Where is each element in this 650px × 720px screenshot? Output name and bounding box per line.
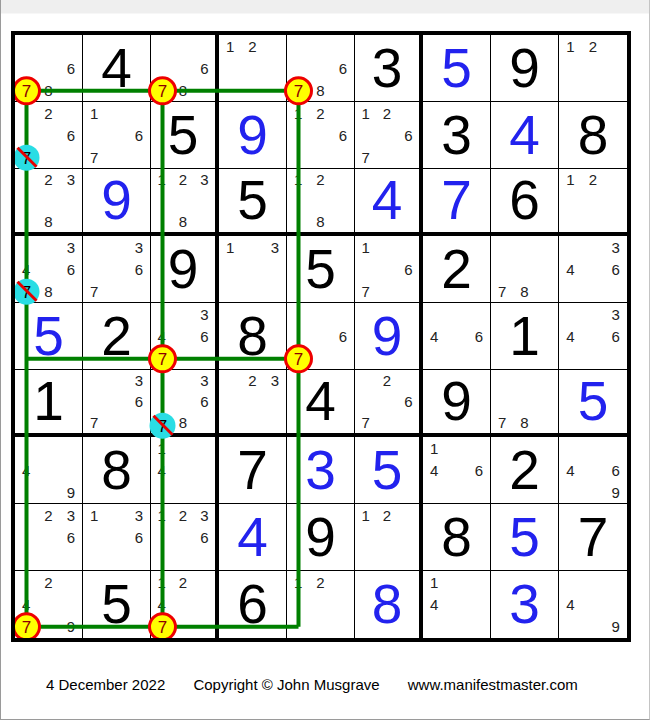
candidate-mark [287, 593, 309, 615]
cell-r6c9[interactable]: 5 [559, 370, 627, 437]
candidate-mark: 3 [264, 370, 286, 391]
candidate-mark [105, 102, 127, 124]
cell-r2c9[interactable]: 8 [559, 102, 627, 169]
cell-r4c6[interactable]: 167 [355, 236, 423, 303]
candidate-mark [37, 548, 59, 570]
cell-r6c4[interactable]: 23 [219, 370, 287, 437]
top-bar [1, 0, 650, 14]
cell-r3c1[interactable]: 238 [15, 169, 83, 236]
candidate-mark [376, 548, 397, 570]
cell-r2c4[interactable]: 9 [219, 102, 287, 169]
candidate-mark: 1 [559, 35, 582, 57]
candidate-mark [105, 258, 127, 280]
pencil-marks: 1238 [151, 169, 215, 232]
given-digit: 8 [101, 443, 132, 498]
candidate-mark [15, 481, 37, 503]
candidate-mark [398, 412, 419, 433]
candidate-mark [536, 391, 558, 412]
candidate-mark: 6 [604, 258, 627, 280]
pencil-marks: 46 [423, 303, 490, 369]
given-digit: 9 [305, 510, 336, 565]
candidate-mark: 8 [513, 412, 535, 433]
candidate-mark: 1 [219, 35, 241, 57]
cell-r9c6[interactable]: 8 [355, 571, 423, 638]
candidate-mark [468, 616, 490, 638]
candidate-mark: 6 [128, 391, 150, 412]
cell-r4c7[interactable]: 2 [423, 236, 491, 303]
cell-r9c2[interactable]: 5 [83, 571, 151, 638]
cell-r7c4[interactable]: 7 [219, 437, 287, 504]
candidate-mark: 3 [194, 370, 215, 391]
candidate-mark: 6 [398, 258, 419, 280]
candidate-mark [194, 347, 215, 369]
candidate-mark [105, 124, 127, 146]
candidate-mark: 2 [376, 504, 397, 526]
cell-r2c8[interactable]: 4 [491, 102, 559, 169]
candidate-mark [15, 169, 37, 190]
candidate-mark [60, 102, 82, 124]
solved-digit: 3 [509, 577, 540, 632]
cell-r9c8[interactable]: 3 [491, 571, 559, 638]
candidate-mark [287, 616, 309, 638]
cell-r2c3[interactable]: 5 [151, 102, 219, 169]
candidate-mark: 2 [309, 102, 331, 124]
candidate-mark [287, 303, 309, 325]
pencil-marks: 346 [559, 236, 627, 302]
candidate-mark: 9 [604, 616, 627, 638]
candidate-mark [332, 169, 354, 190]
candidate-mark [309, 57, 331, 79]
candidate-mark: 1 [287, 169, 309, 190]
candidate-mark: 2 [172, 504, 193, 526]
pencil-marks: 346 [151, 303, 215, 369]
candidate-mark [582, 79, 605, 101]
candidate-mark [559, 571, 582, 593]
given-digit: 5 [237, 173, 268, 228]
cell-r7c9[interactable]: 469 [559, 437, 627, 504]
cell-r4c1[interactable]: 3468 [15, 236, 83, 303]
candidate-mark: 1 [287, 102, 309, 124]
cell-r1c1[interactable]: 68 [15, 35, 83, 102]
cell-r4c8[interactable]: 78 [491, 236, 559, 303]
cell-r1c8[interactable]: 9 [491, 35, 559, 102]
cell-r5c9[interactable]: 346 [559, 303, 627, 370]
candidate-mark [355, 258, 376, 280]
cell-r8c6[interactable]: 12 [355, 504, 423, 571]
candidate-mark: 8 [37, 280, 59, 302]
candidate-mark [604, 593, 627, 615]
candidate-mark [604, 57, 627, 79]
pencil-marks: 346 [559, 303, 627, 369]
candidate-mark [536, 370, 558, 391]
candidate-mark [398, 526, 419, 548]
cell-r4c9[interactable]: 346 [559, 236, 627, 303]
candidate-mark: 8 [172, 412, 193, 433]
solved-digit: 4 [372, 173, 403, 228]
given-digit: 7 [578, 510, 609, 565]
cell-r3c5[interactable]: 128 [287, 169, 355, 236]
candidate-mark [15, 102, 37, 124]
candidate-mark [128, 102, 150, 124]
cell-r2c7[interactable]: 3 [423, 102, 491, 169]
cell-r8c8[interactable]: 5 [491, 504, 559, 571]
candidate-mark: 6 [194, 526, 215, 548]
candidate-mark: 2 [582, 169, 605, 190]
candidate-mark [604, 79, 627, 101]
cell-r7c3[interactable]: 14 [151, 437, 219, 504]
candidate-mark: 1 [355, 236, 376, 258]
candidate-mark: 7 [491, 280, 513, 302]
candidate-mark: 4 [15, 593, 37, 615]
candidate-mark [60, 593, 82, 615]
candidate-mark [60, 571, 82, 593]
candidate-mark [15, 35, 37, 57]
pencil-marks: 128 [287, 169, 354, 232]
candidate-mark: 4 [151, 459, 172, 481]
pencil-marks: 126 [287, 102, 354, 168]
candidate-mark [151, 548, 172, 570]
candidate-mark [287, 79, 309, 101]
candidate-mark [604, 190, 627, 211]
pencil-marks: 1236 [151, 504, 215, 570]
candidate-mark [151, 35, 172, 57]
candidate-mark [15, 190, 37, 211]
cell-r6c1[interactable]: 1 [15, 370, 83, 437]
candidate-mark: 3 [128, 236, 150, 258]
candidate-mark [309, 35, 331, 57]
candidate-mark: 8 [309, 79, 331, 101]
candidate-mark [15, 280, 37, 302]
pencil-marks: 167 [355, 236, 419, 302]
pencil-marks: 167 [83, 102, 150, 168]
candidate-mark: 1 [83, 504, 105, 526]
candidate-mark [37, 459, 59, 481]
pencil-marks: 12 [287, 571, 354, 638]
cell-r5c4[interactable]: 8 [219, 303, 287, 370]
pencil-marks: 68 [15, 35, 82, 101]
cell-r5c8[interactable]: 1 [491, 303, 559, 370]
pencil-marks: 6 [287, 303, 354, 369]
candidate-mark: 8 [172, 211, 193, 232]
candidate-mark [582, 211, 605, 232]
cell-r8c3[interactable]: 1236 [151, 504, 219, 571]
candidate-mark [332, 303, 354, 325]
candidate-mark [445, 481, 467, 503]
given-digit: 9 [168, 242, 199, 297]
candidate-mark: 1 [423, 437, 445, 459]
pencil-marks: 124 [151, 571, 215, 638]
candidate-mark [264, 79, 286, 101]
cell-r6c7[interactable]: 9 [423, 370, 491, 437]
candidate-mark [376, 412, 397, 433]
cell-r4c5[interactable]: 5 [287, 236, 355, 303]
candidate-mark [37, 526, 59, 548]
candidate-mark: 6 [194, 325, 215, 347]
cell-r7c7[interactable]: 146 [423, 437, 491, 504]
cell-r7c5[interactable]: 3 [287, 437, 355, 504]
candidate-mark [60, 437, 82, 459]
cell-r1c5[interactable]: 68 [287, 35, 355, 102]
candidate-mark: 2 [376, 370, 397, 391]
cell-r6c6[interactable]: 267 [355, 370, 423, 437]
candidate-mark [536, 236, 558, 258]
candidate-mark: 4 [559, 593, 582, 615]
candidate-mark: 2 [37, 169, 59, 190]
pencil-marks: 14 [423, 571, 490, 638]
candidate-mark [151, 303, 172, 325]
candidate-mark: 3 [604, 303, 627, 325]
candidate-mark [287, 124, 309, 146]
candidate-mark [128, 412, 150, 433]
cell-r7c2[interactable]: 8 [83, 437, 151, 504]
given-digit: 4 [101, 41, 132, 96]
given-digit: 8 [578, 108, 609, 163]
candidate-mark [582, 481, 605, 503]
cell-r3c9[interactable]: 12 [559, 169, 627, 236]
candidate-mark [60, 548, 82, 570]
cell-r1c3[interactable]: 68 [151, 35, 219, 102]
candidate-mark [513, 391, 535, 412]
candidate-mark [332, 571, 354, 593]
solved-digit: 9 [372, 309, 403, 364]
candidate-mark [513, 370, 535, 391]
cell-r9c1[interactable]: 249 [15, 571, 83, 638]
candidate-mark [264, 57, 286, 79]
candidate-mark [172, 303, 193, 325]
candidate-mark: 2 [241, 370, 263, 391]
cell-r3c4[interactable]: 5 [219, 169, 287, 236]
given-digit: 3 [372, 41, 403, 96]
candidate-mark [491, 258, 513, 280]
candidate-mark [332, 593, 354, 615]
cell-r6c2[interactable]: 367 [83, 370, 151, 437]
cell-r8c5[interactable]: 9 [287, 504, 355, 571]
pencil-marks: 78 [491, 370, 558, 433]
cell-r7c8[interactable]: 2 [491, 437, 559, 504]
candidate-mark [423, 303, 445, 325]
candidate-mark [559, 79, 582, 101]
candidate-mark [332, 102, 354, 124]
candidate-mark [37, 437, 59, 459]
pencil-marks: 26 [15, 102, 82, 168]
candidate-mark [468, 437, 490, 459]
candidate-mark [559, 236, 582, 258]
cell-r2c2[interactable]: 167 [83, 102, 151, 169]
candidate-mark [332, 347, 354, 369]
candidate-mark [194, 481, 215, 503]
candidate-mark [309, 593, 331, 615]
candidate-mark [241, 391, 263, 412]
cell-r1c7[interactable]: 5 [423, 35, 491, 102]
cell-r5c7[interactable]: 46 [423, 303, 491, 370]
candidate-mark [398, 504, 419, 526]
candidate-mark [468, 593, 490, 615]
candidate-mark [241, 412, 263, 433]
cell-r4c3[interactable]: 9 [151, 236, 219, 303]
candidate-mark: 6 [332, 57, 354, 79]
candidate-mark: 8 [37, 211, 59, 232]
cell-r6c5[interactable]: 4 [287, 370, 355, 437]
candidate-mark [83, 258, 105, 280]
solved-digit: 4 [509, 108, 540, 163]
candidate-mark [287, 35, 309, 57]
given-digit: 7 [237, 443, 268, 498]
candidate-mark [151, 347, 172, 369]
cell-r3c2[interactable]: 9 [83, 169, 151, 236]
candidate-mark [105, 548, 127, 570]
candidate-mark [60, 190, 82, 211]
cell-r5c1[interactable]: 5 [15, 303, 83, 370]
candidate-mark: 3 [128, 370, 150, 391]
candidate-mark [15, 548, 37, 570]
candidate-mark [513, 258, 535, 280]
cell-r1c6[interactable]: 3 [355, 35, 423, 102]
candidate-mark [105, 526, 127, 548]
candidate-mark [172, 347, 193, 369]
cell-r5c6[interactable]: 9 [355, 303, 423, 370]
candidate-mark [559, 211, 582, 232]
candidate-mark: 1 [423, 571, 445, 593]
cell-r9c3[interactable]: 124 [151, 571, 219, 638]
candidate-mark [172, 481, 193, 503]
cell-r3c6[interactable]: 4 [355, 169, 423, 236]
pencil-marks: 14 [151, 437, 215, 503]
candidate-mark [264, 258, 286, 280]
cell-r4c4[interactable]: 13 [219, 236, 287, 303]
candidate-mark [513, 236, 535, 258]
cell-r2c5[interactable]: 126 [287, 102, 355, 169]
cell-r6c3[interactable]: 368 [151, 370, 219, 437]
given-digit: 1 [33, 374, 64, 429]
candidate-mark: 6 [60, 258, 82, 280]
cell-r3c8[interactable]: 6 [491, 169, 559, 236]
pencil-marks: 236 [15, 504, 82, 570]
candidate-mark: 6 [194, 57, 215, 79]
cell-r1c4[interactable]: 12 [219, 35, 287, 102]
candidate-mark [309, 124, 331, 146]
candidate-mark [15, 79, 37, 101]
cell-r9c9[interactable]: 49 [559, 571, 627, 638]
cell-r8c4[interactable]: 4 [219, 504, 287, 571]
candidate-mark [37, 616, 59, 638]
candidate-mark [151, 481, 172, 503]
cell-r5c3[interactable]: 346 [151, 303, 219, 370]
candidate-mark [37, 124, 59, 146]
given-digit: 5 [305, 242, 336, 297]
candidate-mark: 3 [60, 169, 82, 190]
given-digit: 9 [441, 374, 472, 429]
pencil-marks: 68 [287, 35, 354, 101]
pencil-marks: 136 [83, 504, 150, 570]
candidate-mark: 3 [194, 504, 215, 526]
candidate-mark [445, 325, 467, 347]
cell-r3c3[interactable]: 1238 [151, 169, 219, 236]
candidate-mark: 6 [332, 124, 354, 146]
cell-r8c1[interactable]: 236 [15, 504, 83, 571]
given-digit: 5 [101, 577, 132, 632]
candidate-mark [194, 79, 215, 101]
candidate-mark [445, 459, 467, 481]
candidate-mark [355, 548, 376, 570]
candidate-mark: 9 [604, 481, 627, 503]
candidate-mark [332, 146, 354, 168]
candidate-mark [398, 236, 419, 258]
candidate-mark [398, 146, 419, 168]
cell-r7c6[interactable]: 5 [355, 437, 423, 504]
solved-digit: 5 [372, 443, 403, 498]
candidate-mark [172, 616, 193, 638]
cell-r2c1[interactable]: 26 [15, 102, 83, 169]
cell-r6c8[interactable]: 78 [491, 370, 559, 437]
pencil-marks: 3468 [15, 236, 82, 302]
cell-r9c4[interactable]: 6 [219, 571, 287, 638]
candidate-mark: 2 [172, 169, 193, 190]
pencil-marks: 367 [83, 236, 150, 302]
cell-r1c9[interactable]: 12 [559, 35, 627, 102]
candidate-mark: 6 [468, 459, 490, 481]
candidate-mark [398, 280, 419, 302]
cell-r4c2[interactable]: 367 [83, 236, 151, 303]
candidate-mark [398, 370, 419, 391]
cell-r1c2[interactable]: 4 [83, 35, 151, 102]
candidate-mark [287, 57, 309, 79]
candidate-mark: 3 [60, 504, 82, 526]
candidate-mark [536, 280, 558, 302]
candidate-mark: 4 [423, 325, 445, 347]
candidate-mark [172, 437, 193, 459]
cell-r9c5[interactable]: 12 [287, 571, 355, 638]
candidate-mark [37, 236, 59, 258]
candidate-mark [332, 79, 354, 101]
cell-r8c2[interactable]: 136 [83, 504, 151, 571]
cell-r8c7[interactable]: 8 [423, 504, 491, 571]
candidate-mark [151, 412, 172, 433]
cell-r5c5[interactable]: 6 [287, 303, 355, 370]
candidate-mark: 6 [332, 325, 354, 347]
cell-r3c7[interactable]: 7 [423, 169, 491, 236]
candidate-mark [15, 571, 37, 593]
candidate-mark: 4 [559, 258, 582, 280]
candidate-mark [264, 280, 286, 302]
candidate-mark [582, 571, 605, 593]
candidate-mark [287, 325, 309, 347]
candidate-mark [83, 124, 105, 146]
candidate-mark [15, 211, 37, 232]
cell-r2c6[interactable]: 1267 [355, 102, 423, 169]
candidate-mark [151, 370, 172, 391]
candidate-mark: 1 [219, 236, 241, 258]
candidate-mark: 8 [513, 280, 535, 302]
cell-r5c2[interactable]: 2 [83, 303, 151, 370]
cell-r8c9[interactable]: 7 [559, 504, 627, 571]
candidate-mark [604, 437, 627, 459]
given-digit: 8 [237, 309, 268, 364]
candidate-mark [194, 190, 215, 211]
candidate-mark [172, 548, 193, 570]
candidate-mark: 7 [355, 146, 376, 168]
candidate-mark: 2 [582, 35, 605, 57]
candidate-mark [172, 526, 193, 548]
candidate-mark [309, 616, 331, 638]
candidate-mark [604, 169, 627, 190]
solved-digit: 7 [441, 173, 472, 228]
candidate-mark [376, 124, 397, 146]
cell-r9c7[interactable]: 14 [423, 571, 491, 638]
cell-r7c1[interactable]: 49 [15, 437, 83, 504]
candidate-mark [376, 146, 397, 168]
candidate-mark [37, 146, 59, 168]
solved-digit: 5 [33, 309, 64, 364]
